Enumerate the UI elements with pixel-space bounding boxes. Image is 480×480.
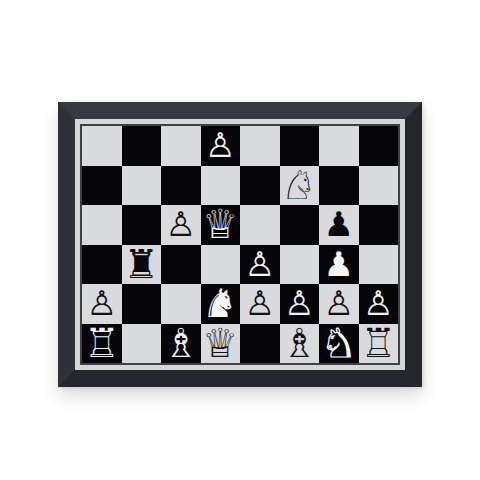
white-queen[interactable]: ♕ — [202, 324, 238, 364]
board-square[interactable] — [319, 166, 359, 206]
board-square[interactable] — [161, 245, 201, 285]
white-knight[interactable]: ♞ — [202, 284, 238, 324]
board-square[interactable] — [280, 205, 320, 245]
board-square[interactable] — [240, 166, 280, 206]
board-square[interactable]: ♖ — [82, 324, 122, 364]
white-pawn[interactable]: ♙ — [245, 284, 275, 324]
board-square[interactable] — [161, 166, 201, 206]
board-square[interactable] — [359, 126, 399, 166]
white-rook[interactable]: ♖ — [360, 324, 396, 364]
board-square[interactable] — [122, 324, 162, 364]
board-square[interactable]: ♗ — [280, 324, 320, 364]
board-square[interactable]: ♟ — [319, 205, 359, 245]
board-square[interactable]: ♙ — [240, 245, 280, 285]
white-pawn[interactable]: ♙ — [363, 284, 393, 324]
board-square[interactable]: ♗ — [161, 324, 201, 364]
board-square[interactable] — [122, 205, 162, 245]
board-square[interactable] — [82, 245, 122, 285]
white-bishop[interactable]: ♗ — [163, 324, 199, 364]
board-square[interactable] — [82, 166, 122, 206]
board-square[interactable] — [161, 126, 201, 166]
board-square[interactable] — [122, 126, 162, 166]
board-square[interactable]: ♙ — [161, 205, 201, 245]
board-square[interactable]: ♕ — [201, 205, 241, 245]
board-square[interactable] — [82, 205, 122, 245]
black-rook[interactable]: ♜ — [123, 245, 159, 285]
board-square[interactable]: ♙ — [201, 126, 241, 166]
board-square[interactable]: ♘ — [280, 166, 320, 206]
board-square[interactable] — [280, 126, 320, 166]
board-square[interactable]: ♞ — [319, 324, 359, 364]
white-pawn[interactable]: ♙ — [166, 205, 196, 245]
black-pawn[interactable]: ♟ — [324, 205, 354, 245]
board-square[interactable] — [359, 166, 399, 206]
board-square[interactable] — [240, 126, 280, 166]
picture-frame: ♙♘♙♕♟♜♙♟♙♞♙♙♙♙♖♗♕♗♞♖ — [58, 102, 422, 387]
board-square[interactable] — [201, 245, 241, 285]
board-square[interactable]: ♙ — [359, 284, 399, 324]
white-pawn[interactable]: ♙ — [205, 126, 235, 166]
chess-board: ♙♘♙♕♟♜♙♟♙♞♙♙♙♙♖♗♕♗♞♖ — [80, 124, 400, 365]
white-pawn[interactable]: ♙ — [324, 284, 354, 324]
white-pawn[interactable]: ♙ — [284, 284, 314, 324]
board-square[interactable] — [82, 126, 122, 166]
frame-mat: ♙♘♙♕♟♜♙♟♙♞♙♙♙♙♖♗♕♗♞♖ — [80, 124, 400, 365]
black-knight[interactable]: ♞ — [321, 324, 357, 364]
board-square[interactable] — [280, 245, 320, 285]
white-bishop[interactable]: ♗ — [281, 324, 317, 364]
board-square[interactable] — [201, 166, 241, 206]
white-pawn[interactable]: ♟ — [324, 245, 354, 285]
board-square[interactable]: ♙ — [82, 284, 122, 324]
board-square[interactable] — [122, 284, 162, 324]
board-square[interactable]: ♜ — [122, 245, 162, 285]
board-square[interactable]: ♙ — [280, 284, 320, 324]
board-square[interactable]: ♙ — [319, 284, 359, 324]
board-square[interactable] — [122, 166, 162, 206]
board-square[interactable] — [240, 205, 280, 245]
board-square[interactable]: ♞ — [201, 284, 241, 324]
white-rook[interactable]: ♖ — [84, 324, 120, 364]
white-pawn[interactable]: ♙ — [87, 284, 117, 324]
board-square[interactable] — [319, 126, 359, 166]
board-square[interactable] — [359, 205, 399, 245]
board-square[interactable] — [161, 284, 201, 324]
board-square[interactable] — [240, 324, 280, 364]
board-square[interactable]: ♙ — [240, 284, 280, 324]
white-pawn[interactable]: ♙ — [245, 245, 275, 285]
board-square[interactable]: ♕ — [201, 324, 241, 364]
white-queen[interactable]: ♕ — [202, 205, 238, 245]
board-square[interactable]: ♖ — [359, 324, 399, 364]
board-square[interactable] — [359, 245, 399, 285]
white-knight[interactable]: ♘ — [281, 166, 317, 206]
board-square[interactable]: ♟ — [319, 245, 359, 285]
